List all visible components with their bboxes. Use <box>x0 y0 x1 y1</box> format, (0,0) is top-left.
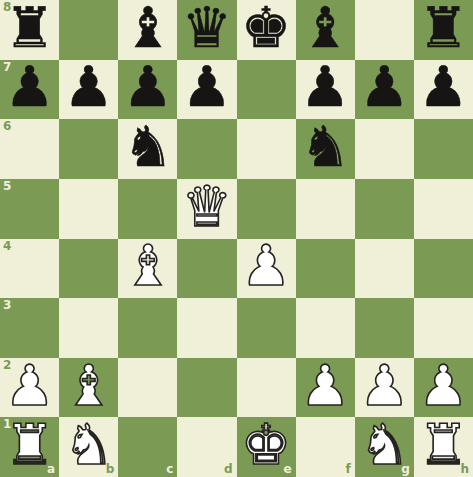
square-d3[interactable] <box>177 298 236 358</box>
square-g2[interactable]: ♟ <box>355 358 414 418</box>
square-g4[interactable] <box>355 239 414 299</box>
square-b7[interactable]: ♟ <box>59 60 118 120</box>
piece-black-bishop[interactable]: ♝ <box>123 0 173 56</box>
square-d1[interactable]: d <box>177 417 236 477</box>
square-a4[interactable]: 4 <box>0 239 59 299</box>
chess-board: 8♜♝♛♚♝♜7♟♟♟♟♟♟♟6♞♞5♛4♝♟32♟♝♟♟♟1a♜b♞cde♚f… <box>0 0 473 477</box>
square-b6[interactable] <box>59 119 118 179</box>
piece-white-rook[interactable]: ♜ <box>4 417 54 473</box>
square-c3[interactable] <box>118 298 177 358</box>
piece-black-pawn[interactable]: ♟ <box>418 59 468 115</box>
piece-black-pawn[interactable]: ♟ <box>182 59 232 115</box>
square-h4[interactable] <box>414 239 473 299</box>
piece-black-bishop[interactable]: ♝ <box>300 0 350 56</box>
square-g1[interactable]: g♞ <box>355 417 414 477</box>
piece-white-pawn[interactable]: ♟ <box>241 238 291 294</box>
square-f7[interactable]: ♟ <box>296 60 355 120</box>
chess-board-container: 8♜♝♛♚♝♜7♟♟♟♟♟♟♟6♞♞5♛4♝♟32♟♝♟♟♟1a♜b♞cde♚f… <box>0 0 473 477</box>
piece-black-rook[interactable]: ♜ <box>4 0 54 56</box>
square-b4[interactable] <box>59 239 118 299</box>
piece-black-rook[interactable]: ♜ <box>418 0 468 56</box>
piece-black-pawn[interactable]: ♟ <box>300 59 350 115</box>
square-g8[interactable] <box>355 0 414 60</box>
piece-white-knight[interactable]: ♞ <box>64 417 114 473</box>
square-a6[interactable]: 6 <box>0 119 59 179</box>
rank-label-6: 6 <box>3 119 11 133</box>
square-c5[interactable] <box>118 179 177 239</box>
square-b1[interactable]: b♞ <box>59 417 118 477</box>
piece-white-pawn[interactable]: ♟ <box>300 358 350 414</box>
piece-white-bishop[interactable]: ♝ <box>123 238 173 294</box>
piece-black-knight[interactable]: ♞ <box>123 119 173 175</box>
square-d2[interactable] <box>177 358 236 418</box>
piece-black-pawn[interactable]: ♟ <box>4 59 54 115</box>
square-e6[interactable] <box>237 119 296 179</box>
square-f1[interactable]: f <box>296 417 355 477</box>
square-d8[interactable]: ♛ <box>177 0 236 60</box>
square-h6[interactable] <box>414 119 473 179</box>
square-h2[interactable]: ♟ <box>414 358 473 418</box>
square-g3[interactable] <box>355 298 414 358</box>
square-e8[interactable]: ♚ <box>237 0 296 60</box>
rank-label-5: 5 <box>3 179 11 193</box>
square-b3[interactable] <box>59 298 118 358</box>
square-h5[interactable] <box>414 179 473 239</box>
square-c2[interactable] <box>118 358 177 418</box>
square-c4[interactable]: ♝ <box>118 239 177 299</box>
square-f3[interactable] <box>296 298 355 358</box>
square-f6[interactable]: ♞ <box>296 119 355 179</box>
square-g7[interactable]: ♟ <box>355 60 414 120</box>
square-f2[interactable]: ♟ <box>296 358 355 418</box>
piece-black-king[interactable]: ♚ <box>241 0 291 56</box>
piece-black-pawn[interactable]: ♟ <box>123 59 173 115</box>
square-d6[interactable] <box>177 119 236 179</box>
square-h8[interactable]: ♜ <box>414 0 473 60</box>
square-a7[interactable]: 7♟ <box>0 60 59 120</box>
square-f8[interactable]: ♝ <box>296 0 355 60</box>
square-b8[interactable] <box>59 0 118 60</box>
rank-label-4: 4 <box>3 239 11 253</box>
square-a1[interactable]: 1a♜ <box>0 417 59 477</box>
square-d7[interactable]: ♟ <box>177 60 236 120</box>
piece-white-king[interactable]: ♚ <box>241 417 291 473</box>
square-f4[interactable] <box>296 239 355 299</box>
file-label-f: f <box>346 462 351 476</box>
square-e5[interactable] <box>237 179 296 239</box>
square-h7[interactable]: ♟ <box>414 60 473 120</box>
square-c6[interactable]: ♞ <box>118 119 177 179</box>
square-e1[interactable]: e♚ <box>237 417 296 477</box>
square-f5[interactable] <box>296 179 355 239</box>
square-e3[interactable] <box>237 298 296 358</box>
piece-white-queen[interactable]: ♛ <box>182 179 232 235</box>
square-a3[interactable]: 3 <box>0 298 59 358</box>
square-e7[interactable] <box>237 60 296 120</box>
square-h3[interactable] <box>414 298 473 358</box>
square-e4[interactable]: ♟ <box>237 239 296 299</box>
square-c1[interactable]: c <box>118 417 177 477</box>
square-e2[interactable] <box>237 358 296 418</box>
square-g6[interactable] <box>355 119 414 179</box>
square-d4[interactable] <box>177 239 236 299</box>
square-b2[interactable]: ♝ <box>59 358 118 418</box>
square-a2[interactable]: 2♟ <box>0 358 59 418</box>
piece-black-pawn[interactable]: ♟ <box>64 59 114 115</box>
piece-white-knight[interactable]: ♞ <box>359 417 409 473</box>
square-h1[interactable]: h♜ <box>414 417 473 477</box>
square-a5[interactable]: 5 <box>0 179 59 239</box>
square-c8[interactable]: ♝ <box>118 0 177 60</box>
square-a8[interactable]: 8♜ <box>0 0 59 60</box>
square-b5[interactable] <box>59 179 118 239</box>
piece-white-pawn[interactable]: ♟ <box>418 358 468 414</box>
piece-white-bishop[interactable]: ♝ <box>64 358 114 414</box>
file-label-d: d <box>224 462 233 476</box>
piece-white-pawn[interactable]: ♟ <box>359 358 409 414</box>
piece-black-knight[interactable]: ♞ <box>300 119 350 175</box>
square-d5[interactable]: ♛ <box>177 179 236 239</box>
square-g5[interactable] <box>355 179 414 239</box>
file-label-c: c <box>166 462 173 476</box>
rank-label-3: 3 <box>3 298 11 312</box>
piece-white-rook[interactable]: ♜ <box>418 417 468 473</box>
piece-black-pawn[interactable]: ♟ <box>359 59 409 115</box>
piece-black-queen[interactable]: ♛ <box>182 0 232 56</box>
piece-white-pawn[interactable]: ♟ <box>4 358 54 414</box>
square-c7[interactable]: ♟ <box>118 60 177 120</box>
